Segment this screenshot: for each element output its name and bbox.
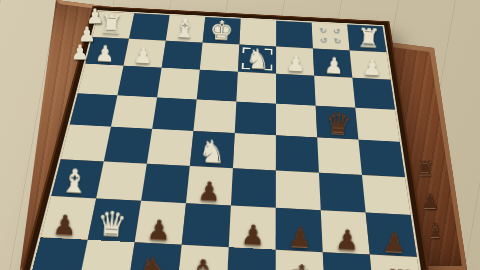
square-g7[interactable]: ♛ [88,198,141,241]
square-e7[interactable] [182,203,231,247]
square-e3[interactable] [197,70,238,102]
square-a7[interactable]: ♟ [366,213,417,257]
square-e8[interactable]: ♝ [177,244,229,270]
square-c5[interactable] [276,135,319,172]
square-b5[interactable] [317,137,362,174]
square-h3[interactable] [78,64,124,95]
square-a6[interactable] [362,175,411,215]
square-e1[interactable]: ♚ [203,17,241,44]
square-e5[interactable]: ♞ [190,131,235,168]
square-b1[interactable]: ↻↺↺↻ [312,23,350,51]
black-bishop-e8[interactable]: ♝ [177,252,228,270]
square-b7[interactable]: ♟ [321,210,370,254]
black-rook-a8[interactable]: ♜ [374,262,425,270]
chess-board[interactable]: ♜♝♚↻↺↺↻♜♟♟♞♟♟♟♛♞♝♟♟♛♟♟♟♟♟♞♝♚♜ [26,10,426,270]
black-pawn-b7[interactable]: ♟ [323,223,371,257]
square-a1[interactable]: ♜ [347,24,386,52]
square-c6[interactable] [276,170,321,210]
square-h2[interactable]: ♟ [85,37,129,66]
square-b6[interactable] [319,172,366,212]
chess-app-scene: ♜♝♚↻↺↺↻♜♟♟♞♟♟♟♛♞♝♟♟♛♟♟♟♟♟♞♝♚♜ ♟♟♟♜♟♝ [0,0,480,270]
square-f1[interactable]: ♝ [166,15,205,42]
square-b2[interactable]: ♟ [313,48,352,78]
black-pawn-d7[interactable]: ♟ [229,218,278,252]
square-f2[interactable] [162,40,203,69]
white-pawn-c2[interactable]: ♟ [276,50,315,77]
square-h4[interactable] [70,93,118,127]
square-f4[interactable] [152,97,197,131]
square-h5[interactable] [61,124,111,161]
square-h6[interactable]: ♝ [51,159,104,199]
white-pawn-b2[interactable]: ♟ [314,52,353,79]
square-g1[interactable] [129,13,170,40]
square-b4[interactable]: ♛ [316,105,359,139]
white-rook-a1[interactable]: ♜ [350,22,388,53]
square-c3[interactable] [276,74,316,106]
square-g2[interactable]: ♟ [124,39,166,68]
square-g6[interactable] [96,161,147,201]
black-knight-f8[interactable]: ♞ [128,249,180,270]
square-e4[interactable] [193,99,236,133]
square-d3[interactable] [236,72,276,104]
square-d7[interactable]: ♟ [229,205,276,249]
black-pawn-h7[interactable]: ♟ [40,208,89,242]
white-queen-g7[interactable]: ♛ [87,204,136,245]
square-f3[interactable] [157,68,200,99]
square-d4[interactable] [235,101,276,135]
square-e6[interactable]: ♟ [186,166,233,206]
square-f6[interactable] [141,163,190,203]
square-d5[interactable] [233,133,276,170]
square-d6[interactable] [231,168,276,208]
square-g8[interactable] [79,239,135,270]
square-g5[interactable] [104,127,152,164]
white-rook-h1[interactable]: ♜ [92,9,131,40]
white-pawn-g2[interactable]: ♟ [123,42,163,69]
white-knight-d2[interactable]: ♞ [238,43,278,76]
white-bishop-h6[interactable]: ♝ [51,162,98,201]
black-king-c8[interactable]: ♚ [276,257,327,270]
square-g4[interactable] [111,95,157,129]
white-bishop-f1[interactable]: ♝ [166,13,204,44]
square-g3[interactable] [117,66,161,97]
square-c2[interactable]: ♟ [276,46,314,75]
square-c4[interactable] [276,103,317,137]
square-f7[interactable]: ♟ [135,201,186,244]
square-b3[interactable] [314,76,355,108]
square-a4[interactable] [355,107,399,141]
white-knight-e5[interactable]: ♞ [190,133,235,170]
last-move-origin-icon: ↻↺↺↻ [316,26,345,47]
square-a2[interactable]: ♟ [350,50,391,80]
square-h1[interactable]: ♜ [92,11,134,38]
square-e2[interactable] [200,42,240,71]
black-pawn-c7[interactable]: ♟ [276,220,325,254]
white-pawn-a2[interactable]: ♟ [352,54,391,81]
square-a3[interactable] [352,78,395,110]
black-pawn-e6[interactable]: ♟ [186,175,233,207]
square-a5[interactable] [358,140,404,177]
square-c7[interactable]: ♟ [276,208,323,252]
white-king-e1[interactable]: ♚ [202,15,240,46]
square-d2[interactable]: ♞ [238,44,276,73]
black-queen-b4[interactable]: ♛ [317,106,360,141]
square-f5[interactable] [147,129,194,166]
square-c1[interactable] [276,21,313,48]
black-pawn-a7[interactable]: ♟ [370,225,418,259]
black-pawn-f7[interactable]: ♟ [134,213,183,247]
chess-board-3d-wrap: ♜♝♚↻↺↺↻♜♟♟♞♟♟♟♛♞♝♟♟♛♟♟♟♟♟♞♝♚♜ [26,10,426,270]
square-h8[interactable] [29,237,88,270]
white-pawn-h2[interactable]: ♟ [85,40,125,67]
